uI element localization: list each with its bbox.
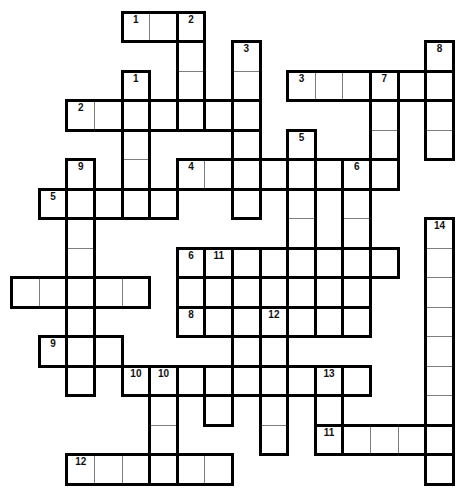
cell-r0-c4[interactable] xyxy=(122,12,150,42)
cell-r4-c4[interactable] xyxy=(122,130,150,160)
cell-r15-c3[interactable] xyxy=(95,455,123,485)
word-outline-line xyxy=(148,99,151,132)
cell-r10-c11[interactable] xyxy=(315,307,343,337)
cell-r3-c4[interactable] xyxy=(122,101,150,131)
letter-separator-line xyxy=(176,71,207,72)
word-outline-line xyxy=(176,188,179,221)
cell-r7-c2[interactable] xyxy=(67,219,95,249)
cell-r13-c5[interactable] xyxy=(150,396,178,426)
cell-r10-c2[interactable] xyxy=(67,307,95,337)
cell-r12-c12[interactable] xyxy=(343,366,371,396)
word-outline-line xyxy=(397,158,400,191)
word-outline-line xyxy=(424,99,455,102)
word-outline-line xyxy=(369,188,400,191)
word-outline-line xyxy=(148,217,179,220)
cell-r12-c9[interactable] xyxy=(260,366,288,396)
letter-separator-line xyxy=(94,453,95,486)
word-outline-line xyxy=(369,247,372,280)
word-outline-line xyxy=(424,276,427,309)
word-outline-line xyxy=(424,365,427,398)
cell-r10-c10[interactable] xyxy=(288,307,316,337)
letter-separator-line xyxy=(204,158,205,191)
word-outline-line xyxy=(176,188,207,191)
word-outline-line xyxy=(231,129,262,132)
word-outline-line xyxy=(65,99,68,132)
word-outline-line xyxy=(203,394,206,427)
word-outline-line xyxy=(369,217,372,250)
cell-r8-c6[interactable] xyxy=(177,248,205,278)
word-outline-line xyxy=(259,335,262,368)
word-outline-line xyxy=(286,365,317,368)
word-outline-line xyxy=(286,188,289,221)
cell-r15-c4[interactable] xyxy=(122,455,150,485)
word-outline-line xyxy=(286,217,289,250)
word-outline-line xyxy=(286,365,289,398)
word-outline-line xyxy=(231,453,234,486)
word-outline-line xyxy=(65,306,96,309)
word-outline-line xyxy=(314,276,345,279)
word-outline-line xyxy=(286,306,289,339)
cell-r14-c5[interactable] xyxy=(150,425,178,455)
cell-r8-c7[interactable] xyxy=(205,248,233,278)
word-outline-line xyxy=(424,247,427,280)
word-outline-line xyxy=(452,217,455,250)
word-outline-line xyxy=(231,40,262,43)
cell-r14-c14[interactable] xyxy=(398,425,426,455)
cell-r12-c4[interactable] xyxy=(122,366,150,396)
cell-r6-c10[interactable] xyxy=(288,189,316,219)
word-outline-line xyxy=(397,453,428,456)
cell-r14-c12[interactable] xyxy=(343,425,371,455)
word-outline-line xyxy=(259,247,290,250)
cell-r14-c9[interactable] xyxy=(260,425,288,455)
cell-r3-c5[interactable] xyxy=(150,101,178,131)
word-outline-line xyxy=(231,247,234,280)
word-outline-line xyxy=(203,276,234,279)
word-outline-line xyxy=(148,365,151,398)
cell-r13-c9[interactable] xyxy=(260,396,288,426)
word-outline-line xyxy=(121,365,124,398)
letter-separator-line xyxy=(424,130,455,131)
word-outline-line xyxy=(148,129,179,132)
letter-separator-line xyxy=(259,425,290,426)
word-outline-line xyxy=(203,188,234,191)
word-outline-line xyxy=(286,70,317,73)
cell-r11-c15[interactable] xyxy=(426,337,454,367)
cell-r9-c12[interactable] xyxy=(343,278,371,308)
cell-r8-c8[interactable] xyxy=(233,248,261,278)
word-outline-line xyxy=(38,217,69,220)
cell-r8-c9[interactable] xyxy=(260,248,288,278)
word-outline-line xyxy=(38,276,69,279)
cell-r5-c13[interactable] xyxy=(371,160,399,190)
cell-r2-c13[interactable] xyxy=(371,71,399,101)
cell-r2-c11[interactable] xyxy=(315,71,343,101)
word-outline-line xyxy=(314,129,317,162)
cell-r9-c10[interactable] xyxy=(288,278,316,308)
word-outline-line xyxy=(259,306,290,309)
word-outline-line xyxy=(259,394,290,397)
word-outline-line xyxy=(231,335,262,338)
word-outline-line xyxy=(314,70,345,73)
cell-r2-c6[interactable] xyxy=(177,71,205,101)
word-outline-line xyxy=(424,453,427,486)
word-outline-line xyxy=(286,306,317,309)
word-outline-line xyxy=(148,424,151,457)
cell-r12-c10[interactable] xyxy=(288,366,316,396)
cell-r7-c12[interactable] xyxy=(343,219,371,249)
cell-r5-c4[interactable] xyxy=(122,160,150,190)
word-outline-line xyxy=(341,335,372,338)
word-outline-line xyxy=(452,99,455,132)
cell-r5-c7[interactable] xyxy=(205,160,233,190)
word-outline-line xyxy=(203,40,206,73)
word-outline-line xyxy=(93,276,96,309)
cell-r4-c13[interactable] xyxy=(371,130,399,160)
word-outline-line xyxy=(314,394,317,427)
word-outline-line xyxy=(176,70,179,103)
word-outline-line xyxy=(148,158,151,191)
letter-separator-line xyxy=(398,424,399,457)
word-outline-line xyxy=(65,158,96,161)
cell-r5-c9[interactable] xyxy=(260,160,288,190)
word-outline-line xyxy=(369,158,372,191)
word-outline-line xyxy=(397,424,428,427)
cell-r15-c7[interactable] xyxy=(205,455,233,485)
word-outline-line xyxy=(121,394,152,397)
word-outline-line xyxy=(259,129,262,162)
word-outline-line xyxy=(176,40,207,43)
word-outline-line xyxy=(397,70,400,103)
cell-r9-c4[interactable] xyxy=(122,278,150,308)
cell-r12-c8[interactable] xyxy=(233,366,261,396)
word-outline-line xyxy=(259,306,262,339)
letter-separator-line xyxy=(424,307,455,308)
word-outline-line xyxy=(397,247,400,280)
letter-separator-line xyxy=(121,159,152,160)
word-outline-line xyxy=(231,129,234,162)
cell-r1-c8[interactable] xyxy=(233,42,261,72)
word-outline-line xyxy=(176,483,207,486)
word-outline-line xyxy=(341,394,344,427)
word-outline-line xyxy=(65,99,96,102)
cell-r8-c15[interactable] xyxy=(426,248,454,278)
word-outline-line xyxy=(314,453,345,456)
word-outline-line xyxy=(10,276,13,309)
letter-separator-line xyxy=(94,99,95,132)
cell-r12-c15[interactable] xyxy=(426,366,454,396)
word-outline-line xyxy=(424,424,427,457)
word-outline-line xyxy=(314,365,345,368)
cell-r13-c7[interactable] xyxy=(205,396,233,426)
word-outline-line xyxy=(10,276,41,279)
cell-r3-c3[interactable] xyxy=(95,101,123,131)
cell-r13-c15[interactable] xyxy=(426,396,454,426)
word-outline-line xyxy=(121,11,124,44)
cell-r6-c2[interactable] xyxy=(67,189,95,219)
cell-r3-c15[interactable] xyxy=(426,101,454,131)
word-outline-line xyxy=(397,70,428,73)
word-outline-line xyxy=(341,247,344,280)
cell-r3-c8[interactable] xyxy=(233,101,261,131)
word-outline-line xyxy=(38,335,41,368)
cell-r5-c8[interactable] xyxy=(233,160,261,190)
letter-separator-line xyxy=(231,71,262,72)
letter-separator-line xyxy=(122,453,123,486)
cell-r12-c5[interactable] xyxy=(150,366,178,396)
cell-r3-c6[interactable] xyxy=(177,101,205,131)
word-outline-line xyxy=(231,306,262,309)
cell-r2-c8[interactable] xyxy=(233,71,261,101)
cell-r2-c4[interactable] xyxy=(122,71,150,101)
word-outline-line xyxy=(65,335,68,368)
cell-r8-c10[interactable] xyxy=(288,248,316,278)
cell-r11-c8[interactable] xyxy=(233,337,261,367)
word-outline-line xyxy=(93,306,124,309)
word-outline-line xyxy=(369,365,372,398)
word-outline-line xyxy=(176,335,207,338)
word-outline-line xyxy=(93,217,124,220)
word-outline-line xyxy=(65,306,68,339)
word-outline-line xyxy=(203,158,234,161)
word-outline-line xyxy=(176,365,207,368)
cell-r6-c4[interactable] xyxy=(122,189,150,219)
cell-r9-c8[interactable] xyxy=(233,278,261,308)
word-outline-line xyxy=(148,394,151,427)
word-outline-line xyxy=(203,365,234,368)
word-outline-line xyxy=(93,129,124,132)
word-outline-line xyxy=(121,70,152,73)
cell-r10-c6[interactable] xyxy=(177,307,205,337)
cell-r4-c10[interactable] xyxy=(288,130,316,160)
cell-r10-c15[interactable] xyxy=(426,307,454,337)
cell-r10-c7[interactable] xyxy=(205,307,233,337)
word-outline-line xyxy=(203,99,206,132)
word-outline-line xyxy=(369,424,400,427)
cell-r6-c8[interactable] xyxy=(233,189,261,219)
cell-r11-c9[interactable] xyxy=(260,337,288,367)
cell-r1-c6[interactable] xyxy=(177,42,205,72)
word-outline-line xyxy=(121,158,124,191)
cell-r8-c13[interactable] xyxy=(371,248,399,278)
cell-r12-c2[interactable] xyxy=(67,366,95,396)
word-outline-line xyxy=(148,40,179,43)
word-outline-line xyxy=(203,99,234,102)
word-outline-line xyxy=(259,335,290,338)
word-outline-line xyxy=(231,276,262,279)
word-outline-line xyxy=(314,394,345,397)
cell-r4-c15[interactable] xyxy=(426,130,454,160)
cell-r8-c12[interactable] xyxy=(343,248,371,278)
word-outline-line xyxy=(314,365,317,398)
word-outline-line xyxy=(121,129,152,132)
word-outline-line xyxy=(203,483,234,486)
cell-r15-c2[interactable] xyxy=(67,455,95,485)
cell-r10-c12[interactable] xyxy=(343,307,371,337)
cell-r10-c9[interactable] xyxy=(260,307,288,337)
cell-r6-c5[interactable] xyxy=(150,189,178,219)
word-outline-line xyxy=(341,365,344,398)
cell-r11-c3[interactable] xyxy=(95,337,123,367)
cell-r10-c8[interactable] xyxy=(233,307,261,337)
letter-separator-line xyxy=(341,218,372,219)
word-outline-line xyxy=(341,276,372,279)
cell-r4-c8[interactable] xyxy=(233,130,261,160)
word-outline-line xyxy=(341,453,372,456)
cell-r15-c15[interactable] xyxy=(426,455,454,485)
word-outline-line xyxy=(65,365,96,368)
word-outline-line xyxy=(369,158,400,161)
cell-r6-c1[interactable] xyxy=(39,189,67,219)
word-outline-line xyxy=(121,129,124,162)
letter-separator-line xyxy=(315,70,316,103)
word-outline-line xyxy=(65,394,96,397)
cell-r5-c11[interactable] xyxy=(315,160,343,190)
letter-separator-line xyxy=(342,70,343,103)
word-outline-line xyxy=(148,483,179,486)
word-outline-line xyxy=(341,158,372,161)
word-outline-line xyxy=(231,99,262,102)
word-outline-line xyxy=(65,276,68,309)
cell-r5-c12[interactable] xyxy=(343,160,371,190)
word-outline-line xyxy=(203,129,234,132)
cell-r6-c12[interactable] xyxy=(343,189,371,219)
word-outline-line xyxy=(286,424,289,457)
word-outline-line xyxy=(286,188,317,191)
word-outline-line xyxy=(65,188,68,221)
word-outline-line xyxy=(259,188,290,191)
word-outline-line xyxy=(203,306,234,309)
cell-r12-c6[interactable] xyxy=(177,366,205,396)
word-outline-line xyxy=(176,394,179,427)
word-outline-line xyxy=(341,424,372,427)
word-outline-line xyxy=(203,247,206,280)
cell-r8-c2[interactable] xyxy=(67,248,95,278)
cell-r1-c15[interactable] xyxy=(426,42,454,72)
word-outline-line xyxy=(93,188,96,221)
word-outline-line xyxy=(176,365,179,398)
word-outline-line xyxy=(424,453,455,456)
word-outline-line xyxy=(314,158,317,191)
cell-r9-c9[interactable] xyxy=(260,278,288,308)
cell-r9-c3[interactable] xyxy=(95,278,123,308)
cell-r9-c7[interactable] xyxy=(205,278,233,308)
letter-separator-line xyxy=(65,248,96,249)
letter-separator-line xyxy=(286,218,317,219)
word-outline-line xyxy=(176,247,179,280)
cell-r3-c2[interactable] xyxy=(67,101,95,131)
cell-r14-c15[interactable] xyxy=(426,425,454,455)
word-outline-line xyxy=(424,70,455,73)
word-outline-line xyxy=(314,424,345,427)
word-outline-line xyxy=(259,247,262,280)
word-outline-line xyxy=(286,394,289,427)
cell-r12-c7[interactable] xyxy=(205,366,233,396)
word-outline-line xyxy=(259,158,262,191)
word-outline-line xyxy=(148,394,179,397)
word-outline-line xyxy=(176,276,179,309)
word-outline-line xyxy=(121,99,124,132)
word-outline-line xyxy=(369,276,372,309)
word-outline-line xyxy=(121,217,152,220)
word-outline-line xyxy=(231,276,234,309)
word-outline-line xyxy=(65,129,96,132)
cell-r6-c3[interactable] xyxy=(95,189,123,219)
word-outline-line xyxy=(286,247,317,250)
cell-r2-c15[interactable] xyxy=(426,71,454,101)
cell-r0-c6[interactable] xyxy=(177,12,205,42)
cell-r3-c7[interactable] xyxy=(205,101,233,131)
word-outline-line xyxy=(424,424,455,427)
word-outline-line xyxy=(259,276,290,279)
cell-r15-c5[interactable] xyxy=(150,455,178,485)
word-outline-line xyxy=(231,188,234,221)
letter-separator-line xyxy=(148,425,179,426)
word-outline-line xyxy=(176,306,207,309)
word-outline-line xyxy=(65,483,96,486)
cell-r8-c11[interactable] xyxy=(315,248,343,278)
word-outline-line xyxy=(148,188,151,221)
word-outline-line xyxy=(231,365,262,368)
word-outline-line xyxy=(452,40,455,73)
cell-r9-c11[interactable] xyxy=(315,278,343,308)
word-outline-line xyxy=(121,365,152,368)
cell-r9-c15[interactable] xyxy=(426,278,454,308)
cell-r9-c0[interactable] xyxy=(12,278,40,308)
cell-r9-c1[interactable] xyxy=(39,278,67,308)
cell-r5-c2[interactable] xyxy=(67,160,95,190)
word-outline-line xyxy=(93,453,124,456)
cell-r13-c11[interactable] xyxy=(315,396,343,426)
cell-r7-c10[interactable] xyxy=(288,219,316,249)
word-outline-line xyxy=(341,99,372,102)
cell-r14-c13[interactable] xyxy=(371,425,399,455)
cell-r12-c11[interactable] xyxy=(315,366,343,396)
word-outline-line xyxy=(176,158,207,161)
word-outline-line xyxy=(341,365,372,368)
letter-separator-line xyxy=(204,453,205,486)
word-outline-line xyxy=(314,247,345,250)
word-outline-line xyxy=(314,99,345,102)
word-outline-line xyxy=(203,365,206,398)
word-outline-line xyxy=(231,306,234,339)
word-outline-line xyxy=(314,276,317,309)
cell-r0-c5[interactable] xyxy=(150,12,178,42)
cell-r7-c15[interactable] xyxy=(426,219,454,249)
word-outline-line xyxy=(148,11,179,14)
cell-r5-c10[interactable] xyxy=(288,160,316,190)
cell-r2-c10[interactable] xyxy=(288,71,316,101)
cell-r9-c6[interactable] xyxy=(177,278,205,308)
word-outline-line xyxy=(38,188,69,191)
cell-r2-c12[interactable] xyxy=(343,71,371,101)
word-outline-line xyxy=(314,306,345,309)
word-outline-line xyxy=(121,188,152,191)
word-outline-line xyxy=(286,158,317,161)
word-outline-line xyxy=(314,217,317,250)
word-outline-line xyxy=(176,394,207,397)
cell-r5-c6[interactable] xyxy=(177,160,205,190)
cell-r9-c2[interactable] xyxy=(67,278,95,308)
word-outline-line xyxy=(93,158,96,191)
cell-r2-c14[interactable] xyxy=(398,71,426,101)
cell-r15-c6[interactable] xyxy=(177,455,205,485)
cell-r3-c13[interactable] xyxy=(371,101,399,131)
cell-r11-c2[interactable] xyxy=(67,337,95,367)
cell-r11-c1[interactable] xyxy=(39,337,67,367)
word-outline-line xyxy=(369,247,400,250)
cell-r14-c11[interactable] xyxy=(315,425,343,455)
